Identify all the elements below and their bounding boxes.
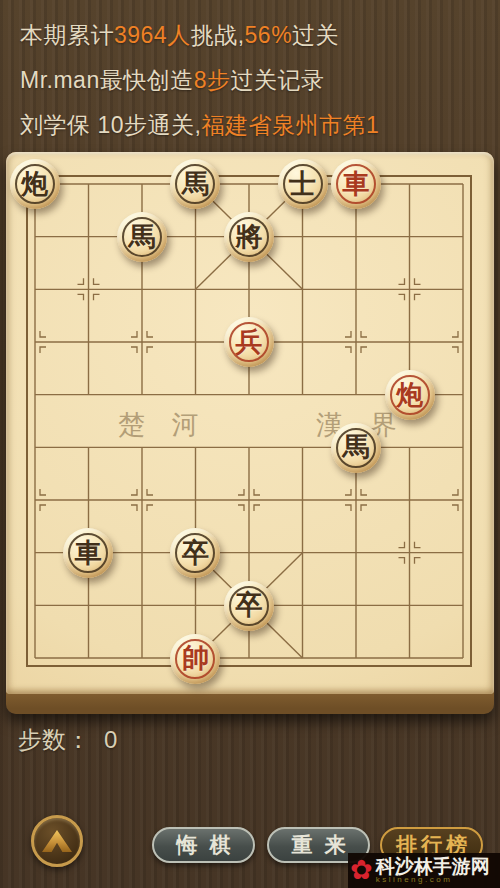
xiangqi-puzzle-screen: 本期累计3964人挑战,56%过关 Mr.man最快创造8步过关记录 刘学保 1… <box>0 0 500 888</box>
piece-glyph: 卒 <box>182 540 209 567</box>
stat-text-segment: 刘学保 10步通关, <box>20 112 201 138</box>
piece-black[interactable]: 馬 <box>117 212 167 262</box>
piece-glyph: 車 <box>343 171 370 198</box>
stat-text-segment: 过关 <box>292 22 339 48</box>
move-counter-label: 步数： <box>18 726 90 753</box>
watermark-site-name: 科沙林手游网 <box>376 857 490 877</box>
move-counter-value: 0 <box>104 726 117 753</box>
piece-black[interactable]: 卒 <box>224 581 274 631</box>
piece-glyph: 士 <box>289 171 316 198</box>
stat-text-segment: 3964人 <box>114 22 191 48</box>
watermark-url: kslineng.com <box>376 876 490 884</box>
stat-text-segment: 本期累计 <box>20 22 114 48</box>
move-counter: 步数：0 <box>18 724 117 756</box>
site-watermark: ✿ 科沙林手游网 kslineng.com <box>348 853 500 888</box>
piece-red[interactable]: 車 <box>331 159 381 209</box>
stat-text-segment: Mr.man最快创造 <box>20 67 194 93</box>
piece-black[interactable]: 卒 <box>170 528 220 578</box>
piece-black[interactable]: 將 <box>224 212 274 262</box>
stats-line-challengers: 本期累计3964人挑战,56%过关 <box>20 20 339 51</box>
undo-button[interactable]: 悔棋 <box>152 827 255 863</box>
piece-glyph: 炮 <box>21 171 48 198</box>
piece-black[interactable]: 馬 <box>331 423 381 473</box>
flower-logo-icon: ✿ <box>350 857 373 884</box>
piece-black[interactable]: 炮 <box>10 159 60 209</box>
piece-red[interactable]: 帥 <box>170 634 220 684</box>
piece-glyph: 車 <box>75 540 102 567</box>
piece-black[interactable]: 車 <box>63 528 113 578</box>
piece-glyph: 馬 <box>343 434 370 461</box>
stat-text-segment: 福建省泉州市第1 <box>201 112 379 138</box>
stat-text-segment: 过关记录 <box>230 67 324 93</box>
piece-layer: 炮馬士車馬將兵炮馬車卒卒帥 <box>8 158 490 685</box>
piece-glyph: 卒 <box>235 592 262 619</box>
stat-text-segment: 8步 <box>194 67 231 93</box>
piece-glyph: 將 <box>235 224 262 251</box>
piece-black[interactable]: 馬 <box>170 159 220 209</box>
piece-black[interactable]: 士 <box>278 159 328 209</box>
chevron-up-icon <box>42 830 72 852</box>
stats-line-record: Mr.man最快创造8步过关记录 <box>20 65 324 96</box>
piece-red[interactable]: 兵 <box>224 317 274 367</box>
stat-text-segment: 挑战, <box>191 22 245 48</box>
piece-red[interactable]: 炮 <box>385 370 435 420</box>
stat-text-segment: 56% <box>245 22 293 48</box>
piece-glyph: 馬 <box>182 171 209 198</box>
piece-glyph: 兵 <box>235 329 262 356</box>
piece-glyph: 帥 <box>182 645 209 672</box>
collapse-panel-button[interactable] <box>31 815 83 867</box>
stats-line-top-player: 刘学保 10步通关,福建省泉州市第1 <box>20 110 379 141</box>
piece-glyph: 馬 <box>128 224 155 251</box>
piece-glyph: 炮 <box>396 382 423 409</box>
